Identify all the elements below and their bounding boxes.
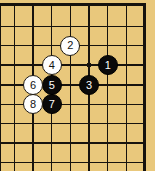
grid-line — [14, 3, 15, 172]
grid-line — [0, 84, 146, 85]
stone-5-black-O15[interactable]: 5 — [42, 75, 62, 95]
hoshi-point-Q16 — [87, 63, 91, 67]
stone-1-black-R16[interactable]: 1 — [98, 55, 118, 75]
grid-line — [70, 3, 71, 172]
grid-line — [0, 142, 146, 143]
grid-line — [0, 64, 146, 65]
stone-4-white-O16[interactable]: 4 — [42, 55, 62, 75]
grid-line — [143, 3, 146, 172]
grid-line — [0, 26, 146, 27]
grid-line — [0, 104, 146, 105]
grid-line — [0, 3, 146, 6]
grid-line — [126, 3, 127, 172]
grid-line — [107, 3, 108, 172]
grid-line — [0, 3, 1, 172]
stone-2-white-P17[interactable]: 2 — [60, 36, 80, 56]
stone-3-black-Q15[interactable]: 3 — [79, 75, 99, 95]
stone-7-black-O14[interactable]: 7 — [42, 94, 62, 114]
grid-line — [0, 123, 146, 124]
stone-8-white-N14[interactable]: 8 — [23, 94, 43, 114]
grid-line — [0, 162, 146, 163]
stone-6-white-N15[interactable]: 6 — [23, 75, 43, 95]
go-board[interactable]: 12345678 — [0, 0, 155, 171]
